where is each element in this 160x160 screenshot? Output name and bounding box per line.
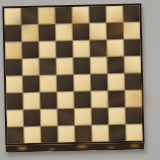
square-h5[interactable] [125, 56, 141, 72]
square-g7[interactable] [107, 23, 123, 39]
square-g6[interactable] [107, 40, 123, 56]
square-c4[interactable] [40, 75, 56, 91]
square-f7[interactable] [90, 23, 106, 39]
square-d2[interactable] [58, 109, 74, 125]
square-f1[interactable] [92, 125, 108, 141]
square-g1[interactable] [109, 125, 125, 141]
square-f3[interactable] [91, 91, 107, 107]
square-b3[interactable] [23, 93, 39, 109]
square-g2[interactable] [109, 108, 125, 124]
square-e7[interactable] [73, 24, 89, 40]
square-e4[interactable] [74, 75, 90, 91]
square-h1[interactable] [126, 124, 142, 140]
square-f2[interactable] [92, 108, 108, 124]
board-grid [4, 5, 142, 143]
square-a4[interactable] [6, 76, 22, 92]
square-c5[interactable] [40, 58, 56, 74]
square-b4[interactable] [23, 76, 39, 92]
square-b2[interactable] [24, 110, 40, 126]
square-g8[interactable] [106, 6, 122, 22]
square-e6[interactable] [73, 41, 89, 57]
square-e8[interactable] [72, 7, 88, 23]
square-e3[interactable] [74, 92, 90, 108]
square-h2[interactable] [126, 107, 142, 123]
square-e2[interactable] [75, 109, 91, 125]
square-b1[interactable] [24, 127, 40, 143]
square-d8[interactable] [55, 7, 71, 23]
square-b6[interactable] [22, 42, 38, 58]
square-g5[interactable] [108, 57, 124, 73]
square-f8[interactable] [89, 6, 105, 22]
square-e1[interactable] [75, 126, 91, 142]
square-d1[interactable] [58, 126, 74, 142]
square-d7[interactable] [56, 24, 72, 40]
checkerboard [2, 3, 144, 152]
square-c1[interactable] [41, 126, 57, 142]
square-g4[interactable] [108, 74, 124, 90]
square-f5[interactable] [91, 57, 107, 73]
square-h7[interactable] [124, 22, 140, 38]
square-a1[interactable] [7, 127, 23, 143]
square-d4[interactable] [57, 75, 73, 91]
square-h3[interactable] [125, 90, 141, 106]
square-d5[interactable] [57, 58, 73, 74]
square-c2[interactable] [41, 109, 57, 125]
square-c6[interactable] [39, 41, 55, 57]
square-e5[interactable] [74, 58, 90, 74]
board-frame [2, 3, 144, 145]
square-d6[interactable] [56, 41, 72, 57]
square-a3[interactable] [6, 93, 22, 109]
square-c8[interactable] [38, 7, 54, 23]
square-a7[interactable] [5, 25, 21, 41]
photo-background [0, 0, 160, 160]
square-h4[interactable] [125, 73, 141, 89]
square-c7[interactable] [39, 24, 55, 40]
square-g3[interactable] [108, 91, 124, 107]
square-f4[interactable] [91, 74, 107, 90]
square-d3[interactable] [57, 92, 73, 108]
square-h8[interactable] [123, 5, 139, 21]
square-c3[interactable] [40, 92, 56, 108]
square-a8[interactable] [4, 8, 20, 24]
square-b5[interactable] [23, 59, 39, 75]
square-a6[interactable] [5, 42, 21, 58]
square-h6[interactable] [124, 39, 140, 55]
square-a2[interactable] [7, 110, 23, 126]
square-a5[interactable] [6, 59, 22, 75]
square-b7[interactable] [22, 25, 38, 41]
square-f6[interactable] [90, 40, 106, 56]
square-b8[interactable] [21, 8, 37, 24]
